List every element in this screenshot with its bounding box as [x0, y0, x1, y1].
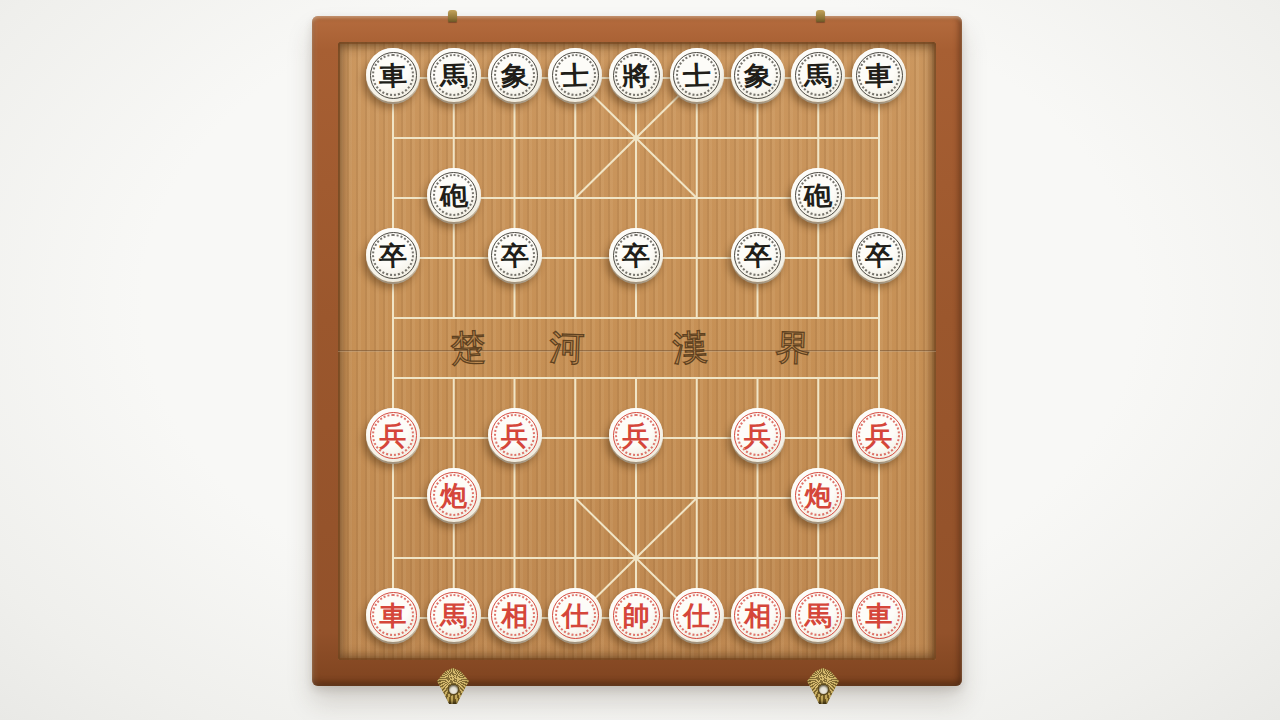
piece-black-soldier[interactable]: 卒	[488, 228, 542, 282]
piece-glyph: 炮	[427, 468, 481, 522]
piece-red-elephant[interactable]: 相	[731, 588, 785, 642]
piece-red-advisor[interactable]: 仕	[670, 588, 724, 642]
piece-black-soldier[interactable]: 卒	[731, 228, 785, 282]
piece-black-cannon[interactable]: 砲	[791, 168, 845, 222]
piece-glyph: 車	[366, 588, 420, 642]
piece-glyph: 炮	[791, 468, 845, 522]
piece-glyph: 將	[607, 48, 665, 102]
piece-glyph: 相	[488, 588, 542, 642]
clasp-left	[437, 668, 469, 704]
piece-red-cannon[interactable]: 炮	[791, 468, 845, 522]
piece-glyph: 士	[668, 48, 726, 102]
piece-glyph: 砲	[789, 168, 847, 222]
piece-glyph: 兵	[731, 408, 785, 462]
piece-black-horse[interactable]: 馬	[791, 48, 845, 102]
piece-glyph: 砲	[425, 168, 483, 222]
piece-black-soldier[interactable]: 卒	[852, 228, 906, 282]
piece-glyph: 兵	[609, 408, 663, 462]
piece-red-advisor[interactable]: 仕	[548, 588, 602, 642]
piece-glyph: 象	[728, 48, 786, 102]
piece-red-elephant[interactable]: 相	[488, 588, 542, 642]
piece-glyph: 卒	[607, 228, 665, 282]
river-character-2: 河	[549, 330, 585, 366]
piece-black-soldier[interactable]: 卒	[609, 228, 663, 282]
river-character-1: 楚	[450, 330, 487, 367]
piece-red-chariot[interactable]: 車	[366, 588, 420, 642]
piece-glyph: 車	[850, 48, 908, 102]
piece-red-horse[interactable]: 馬	[427, 588, 481, 642]
piece-glyph: 馬	[791, 588, 845, 642]
river-character-4: 界	[775, 330, 811, 366]
piece-black-advisor[interactable]: 士	[670, 48, 724, 102]
river-character-3: 漢	[672, 330, 709, 367]
piece-glyph: 士	[546, 48, 604, 102]
piece-glyph: 馬	[789, 48, 847, 102]
piece-black-elephant[interactable]: 象	[731, 48, 785, 102]
piece-glyph: 卒	[728, 228, 786, 282]
piece-glyph: 卒	[485, 228, 543, 282]
piece-black-elephant[interactable]: 象	[488, 48, 542, 102]
clasp-right	[807, 668, 839, 704]
photo-background: 楚河漢界 車馬象士將士象馬車砲砲卒卒卒卒卒兵兵兵兵兵炮炮車馬相仕帥仕相馬車	[0, 0, 1280, 720]
piece-black-chariot[interactable]: 車	[366, 48, 420, 102]
piece-glyph: 兵	[852, 408, 906, 462]
piece-glyph: 兵	[488, 408, 542, 462]
piece-black-horse[interactable]: 馬	[427, 48, 481, 102]
piece-glyph: 帥	[609, 588, 663, 642]
piece-red-cannon[interactable]: 炮	[427, 468, 481, 522]
piece-red-horse[interactable]: 馬	[791, 588, 845, 642]
piece-red-soldier[interactable]: 兵	[609, 408, 663, 462]
piece-glyph: 相	[731, 588, 785, 642]
piece-black-cannon[interactable]: 砲	[427, 168, 481, 222]
hinge-left	[448, 10, 457, 22]
piece-black-general[interactable]: 將	[609, 48, 663, 102]
piece-glyph: 兵	[366, 408, 420, 462]
piece-glyph: 馬	[425, 48, 483, 102]
piece-glyph: 仕	[548, 588, 602, 642]
piece-red-soldier[interactable]: 兵	[852, 408, 906, 462]
piece-red-soldier[interactable]: 兵	[488, 408, 542, 462]
piece-glyph: 車	[852, 588, 906, 642]
piece-glyph: 馬	[427, 588, 481, 642]
piece-red-soldier[interactable]: 兵	[731, 408, 785, 462]
piece-glyph: 象	[485, 48, 543, 102]
play-area: 楚河漢界 車馬象士將士象馬車砲砲卒卒卒卒卒兵兵兵兵兵炮炮車馬相仕帥仕相馬車	[393, 78, 879, 618]
piece-red-soldier[interactable]: 兵	[366, 408, 420, 462]
piece-black-chariot[interactable]: 車	[852, 48, 906, 102]
piece-glyph: 仕	[670, 588, 724, 642]
piece-red-general[interactable]: 帥	[609, 588, 663, 642]
piece-glyph: 卒	[850, 228, 908, 282]
hinge-right	[816, 10, 825, 22]
piece-black-advisor[interactable]: 士	[548, 48, 602, 102]
piece-glyph: 車	[364, 48, 422, 102]
piece-glyph: 卒	[364, 228, 422, 282]
piece-red-chariot[interactable]: 車	[852, 588, 906, 642]
xiangqi-board: 楚河漢界 車馬象士將士象馬車砲砲卒卒卒卒卒兵兵兵兵兵炮炮車馬相仕帥仕相馬車	[312, 16, 962, 686]
piece-black-soldier[interactable]: 卒	[366, 228, 420, 282]
